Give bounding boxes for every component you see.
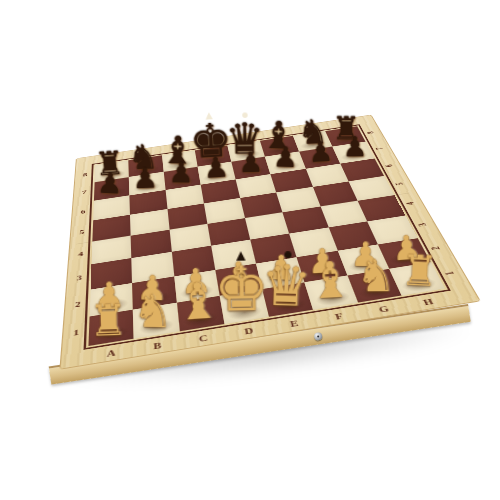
piece-black-pawn[interactable]: ♟: [231, 147, 270, 177]
piece-white-bishop[interactable]: ♝: [306, 256, 357, 308]
piece-black-pawn[interactable]: ♟: [336, 132, 374, 162]
rank-label-left-6: 6: [76, 201, 90, 223]
rank-label-left-5: 5: [74, 221, 89, 244]
square-f1[interactable]: ♝: [305, 275, 358, 309]
piece-black-pawn[interactable]: ♟: [90, 168, 130, 199]
square-a1[interactable]: ♜: [88, 309, 134, 345]
pawn-glyph: ♟: [307, 139, 333, 166]
piece-black-pawn[interactable]: ♟: [266, 142, 305, 172]
piece-white-rook[interactable]: ♜: [394, 248, 443, 293]
pawn-glyph: ♟: [132, 165, 158, 192]
pawn-glyph: ♟: [168, 160, 193, 186]
rook-glyph: ♜: [400, 251, 439, 291]
pawn-glyph: ♟: [342, 134, 367, 159]
latch-pin-icon: [314, 332, 323, 341]
square-e5[interactable]: [240, 192, 283, 218]
square-e1[interactable]: ♛: [262, 282, 313, 317]
piece-black-pawn[interactable]: ♟: [301, 137, 339, 167]
chess-set-photo: ♜♞♝♚♛♝♞♜♟♟♟♟♟♟♟♟♟♟♟♟♟♟♟♟♜♞♝♚♛♝♞♜ ABCDEFG…: [0, 0, 500, 500]
piece-black-pawn[interactable]: ♟: [196, 153, 235, 184]
bishop-glyph: ♝: [308, 258, 354, 306]
pawn-glyph: ♟: [238, 150, 263, 176]
square-c6[interactable]: [165, 185, 204, 210]
piece-white-knight[interactable]: ♞: [128, 288, 179, 336]
piece-black-pawn[interactable]: ♟: [126, 163, 165, 194]
square-c4[interactable]: [169, 224, 211, 252]
knight-glyph: ♞: [356, 256, 395, 297]
rook-glyph: ♜: [88, 300, 128, 341]
square-g7[interactable]: ♟: [299, 147, 340, 169]
rank-label-left-4: 4: [73, 242, 89, 267]
piece-black-pawn[interactable]: ♟: [161, 158, 200, 189]
rank-label-left-1: 1: [67, 317, 85, 349]
square-h5[interactable]: [348, 176, 394, 201]
perspective-wrapper: ♜♞♝♚♛♝♞♜♟♟♟♟♟♟♟♟♟♟♟♟♟♟♟♟♜♞♝♚♛♝♞♜ ABCDEFG…: [0, 0, 500, 500]
pawn-glyph: ♟: [97, 170, 124, 197]
knight-glyph: ♞: [132, 291, 174, 333]
piece-white-rook[interactable]: ♜: [83, 297, 134, 343]
queen-glyph: ♛: [260, 259, 312, 313]
pawn-glyph: ♟: [202, 154, 229, 181]
board-grid: ♜♞♝♚♛♝♞♜♟♟♟♟♟♟♟♟♟♟♟♟♟♟♟♟♜♞♝♚♛♝♞♜: [88, 126, 444, 346]
piece-white-knight[interactable]: ♞: [350, 253, 400, 300]
square-b4[interactable]: [131, 230, 171, 259]
piece-white-queen[interactable]: ♛: [259, 248, 312, 315]
square-b6[interactable]: [130, 190, 167, 215]
square-b1[interactable]: ♞: [133, 303, 179, 339]
pawn-glyph: ♟: [273, 144, 298, 170]
rank-label-left-7: 7: [77, 183, 91, 203]
